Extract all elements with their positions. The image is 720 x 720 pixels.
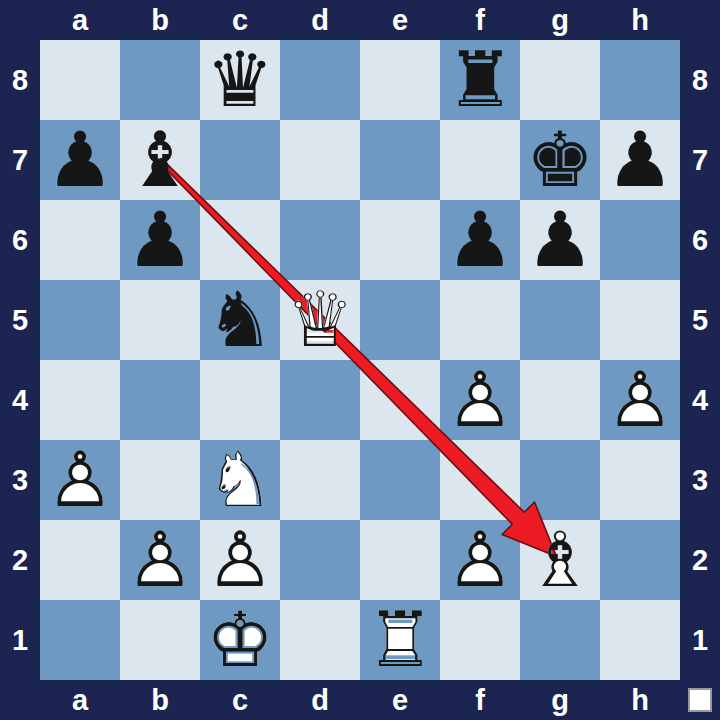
file-label-top-g: g xyxy=(520,0,600,40)
square-e4[interactable] xyxy=(360,360,440,440)
piece-white-bishop-g2[interactable]: ♝♗ xyxy=(520,520,600,600)
black-bishop-icon: ♝ xyxy=(120,120,200,200)
square-h3[interactable] xyxy=(600,440,680,520)
square-g3[interactable] xyxy=(520,440,600,520)
black-queen-icon: ♛ xyxy=(200,40,280,120)
square-d8[interactable] xyxy=(280,40,360,120)
file-label-bottom-a: a xyxy=(40,680,120,720)
file-label-bottom-d: d xyxy=(280,680,360,720)
file-label-top-c: c xyxy=(200,0,280,40)
piece-black-bishop-b7[interactable]: ♝ xyxy=(120,120,200,200)
rank-label-left-3: 3 xyxy=(0,440,40,520)
piece-black-queen-c8[interactable]: ♛ xyxy=(200,40,280,120)
white-king-outline-icon: ♔ xyxy=(200,600,280,680)
square-a6[interactable] xyxy=(40,200,120,280)
square-c4[interactable] xyxy=(200,360,280,440)
piece-white-king-c1[interactable]: ♚♔ xyxy=(200,600,280,680)
chess-diagram: aabbccddeeffgghh8877665544332211 ♛♜♟♝♚♟♟… xyxy=(0,0,720,720)
square-f7[interactable] xyxy=(440,120,520,200)
rank-label-left-1: 1 xyxy=(0,600,40,680)
side-to-move-indicator xyxy=(688,688,712,712)
piece-white-rook-e1[interactable]: ♜♖ xyxy=(360,600,440,680)
rank-label-left-8: 8 xyxy=(0,40,40,120)
rank-label-right-5: 5 xyxy=(680,280,720,360)
square-b8[interactable] xyxy=(120,40,200,120)
square-f3[interactable] xyxy=(440,440,520,520)
square-f5[interactable] xyxy=(440,280,520,360)
square-a5[interactable] xyxy=(40,280,120,360)
square-h8[interactable] xyxy=(600,40,680,120)
rank-label-right-6: 6 xyxy=(680,200,720,280)
square-d7[interactable] xyxy=(280,120,360,200)
rank-label-left-5: 5 xyxy=(0,280,40,360)
rank-label-left-2: 2 xyxy=(0,520,40,600)
piece-white-pawn-h4[interactable]: ♟♙ xyxy=(600,360,680,440)
square-g1[interactable] xyxy=(520,600,600,680)
rank-label-left-7: 7 xyxy=(0,120,40,200)
square-a8[interactable] xyxy=(40,40,120,120)
square-d6[interactable] xyxy=(280,200,360,280)
square-b4[interactable] xyxy=(120,360,200,440)
white-pawn-outline-icon: ♙ xyxy=(440,520,520,600)
rank-label-right-7: 7 xyxy=(680,120,720,200)
file-label-top-f: f xyxy=(440,0,520,40)
black-pawn-icon: ♟ xyxy=(600,120,680,200)
file-label-top-e: e xyxy=(360,0,440,40)
square-a4[interactable] xyxy=(40,360,120,440)
file-label-top-b: b xyxy=(120,0,200,40)
piece-black-pawn-h7[interactable]: ♟ xyxy=(600,120,680,200)
square-e6[interactable] xyxy=(360,200,440,280)
piece-white-queen-d5[interactable]: ♛♕ xyxy=(280,280,360,360)
rank-label-left-4: 4 xyxy=(0,360,40,440)
square-e3[interactable] xyxy=(360,440,440,520)
square-h2[interactable] xyxy=(600,520,680,600)
white-pawn-outline-icon: ♙ xyxy=(200,520,280,600)
rank-label-right-3: 3 xyxy=(680,440,720,520)
rank-label-right-8: 8 xyxy=(680,40,720,120)
square-c6[interactable] xyxy=(200,200,280,280)
square-d4[interactable] xyxy=(280,360,360,440)
white-pawn-outline-icon: ♙ xyxy=(40,440,120,520)
square-g8[interactable] xyxy=(520,40,600,120)
piece-black-king-g7[interactable]: ♚ xyxy=(520,120,600,200)
black-king-icon: ♚ xyxy=(520,120,600,200)
white-queen-outline-icon: ♕ xyxy=(280,280,360,360)
rank-label-right-1: 1 xyxy=(680,600,720,680)
white-pawn-outline-icon: ♙ xyxy=(120,520,200,600)
square-e2[interactable] xyxy=(360,520,440,600)
black-pawn-icon: ♟ xyxy=(120,200,200,280)
rank-label-left-6: 6 xyxy=(0,200,40,280)
piece-black-pawn-b6[interactable]: ♟ xyxy=(120,200,200,280)
square-e7[interactable] xyxy=(360,120,440,200)
square-e5[interactable] xyxy=(360,280,440,360)
file-label-bottom-c: c xyxy=(200,680,280,720)
file-label-top-h: h xyxy=(600,0,680,40)
white-pawn-outline-icon: ♙ xyxy=(600,360,680,440)
file-label-top-a: a xyxy=(40,0,120,40)
file-label-top-d: d xyxy=(280,0,360,40)
square-h1[interactable] xyxy=(600,600,680,680)
file-label-bottom-g: g xyxy=(520,680,600,720)
square-c7[interactable] xyxy=(200,120,280,200)
square-d2[interactable] xyxy=(280,520,360,600)
file-label-bottom-h: h xyxy=(600,680,680,720)
file-label-bottom-f: f xyxy=(440,680,520,720)
square-a1[interactable] xyxy=(40,600,120,680)
square-b1[interactable] xyxy=(120,600,200,680)
piece-black-knight-c5[interactable]: ♞ xyxy=(200,280,280,360)
black-pawn-icon: ♟ xyxy=(440,200,520,280)
piece-black-pawn-a7[interactable]: ♟ xyxy=(40,120,120,200)
rank-label-right-2: 2 xyxy=(680,520,720,600)
piece-black-pawn-g6[interactable]: ♟ xyxy=(520,200,600,280)
square-b5[interactable] xyxy=(120,280,200,360)
square-a2[interactable] xyxy=(40,520,120,600)
square-h5[interactable] xyxy=(600,280,680,360)
white-rook-outline-icon: ♖ xyxy=(360,600,440,680)
piece-white-pawn-c2[interactable]: ♟♙ xyxy=(200,520,280,600)
white-knight-outline-icon: ♘ xyxy=(200,440,280,520)
square-d1[interactable] xyxy=(280,600,360,680)
black-knight-icon: ♞ xyxy=(200,280,280,360)
black-pawn-icon: ♟ xyxy=(40,120,120,200)
white-bishop-outline-icon: ♗ xyxy=(520,520,600,600)
piece-white-pawn-a3[interactable]: ♟♙ xyxy=(40,440,120,520)
square-f1[interactable] xyxy=(440,600,520,680)
piece-white-knight-c3[interactable]: ♞♘ xyxy=(200,440,280,520)
piece-black-pawn-f6[interactable]: ♟ xyxy=(440,200,520,280)
piece-white-pawn-f4[interactable]: ♟♙ xyxy=(440,360,520,440)
file-label-bottom-e: e xyxy=(360,680,440,720)
piece-white-pawn-b2[interactable]: ♟♙ xyxy=(120,520,200,600)
square-g5[interactable] xyxy=(520,280,600,360)
square-h6[interactable] xyxy=(600,200,680,280)
square-e8[interactable] xyxy=(360,40,440,120)
black-rook-icon: ♜ xyxy=(440,40,520,120)
white-pawn-outline-icon: ♙ xyxy=(440,360,520,440)
piece-black-rook-f8[interactable]: ♜ xyxy=(440,40,520,120)
rank-label-right-4: 4 xyxy=(680,360,720,440)
black-pawn-icon: ♟ xyxy=(520,200,600,280)
square-d3[interactable] xyxy=(280,440,360,520)
file-label-bottom-b: b xyxy=(120,680,200,720)
piece-white-pawn-f2[interactable]: ♟♙ xyxy=(440,520,520,600)
square-b3[interactable] xyxy=(120,440,200,520)
square-g4[interactable] xyxy=(520,360,600,440)
